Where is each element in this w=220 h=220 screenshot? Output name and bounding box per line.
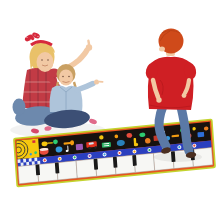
boy-hand-left [156, 97, 161, 102]
black-key [132, 155, 137, 166]
checker-square [18, 159, 21, 163]
black-key [55, 162, 60, 173]
checker-square [37, 161, 40, 165]
girl-eye-left [62, 76, 63, 77]
checker-square [32, 161, 35, 165]
girl-eye-right [68, 76, 69, 77]
scene-canvas [0, 0, 220, 220]
black-key [35, 164, 40, 175]
checker-square [34, 158, 37, 162]
mat-icon-keyboard-icon [197, 132, 204, 138]
checker-square [26, 162, 29, 166]
checker-square [21, 162, 24, 166]
mat-icon-accordion-purple [76, 144, 83, 151]
white-key [95, 157, 116, 176]
black-key [94, 159, 99, 170]
girl-shoe-right [88, 118, 97, 125]
white-key [57, 161, 78, 180]
white-key [115, 155, 136, 174]
checker-square [29, 158, 32, 162]
girl-pointing-sleeve [77, 84, 93, 91]
product-photo [0, 0, 220, 220]
girl-face [59, 70, 73, 86]
girl-pointing-finger [98, 81, 103, 83]
white-key [37, 163, 58, 182]
panel-red-button [32, 140, 35, 143]
woman-knee [13, 99, 26, 116]
white-key [18, 165, 39, 184]
checker-square [23, 159, 26, 163]
white-key [134, 153, 155, 172]
mat-icon-xylophone [102, 142, 111, 148]
woman-eye-right [47, 59, 48, 60]
white-key [76, 159, 97, 178]
woman-face [37, 52, 54, 72]
girl-pointing-hand [94, 80, 99, 85]
black-key [113, 157, 118, 168]
boy-hand-right [182, 93, 187, 98]
woman-eye-left [41, 59, 42, 60]
boy-cheek [159, 47, 165, 52]
